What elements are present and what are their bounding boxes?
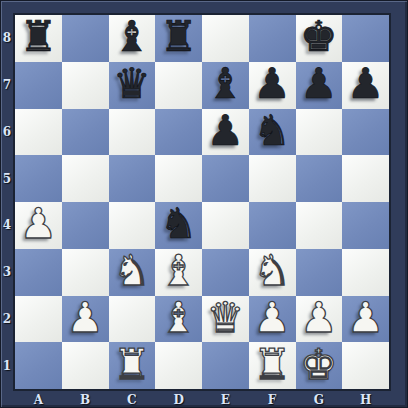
square-b1[interactable] — [62, 342, 109, 389]
file-label-a: A — [15, 392, 62, 407]
square-h6[interactable] — [342, 109, 389, 156]
piece-black-pawn[interactable]: ♟ — [347, 63, 385, 105]
square-g7[interactable]: ♟ — [296, 62, 343, 109]
rank-labels: 87654321 — [1, 15, 13, 389]
piece-black-pawn[interactable]: ♟ — [253, 63, 291, 105]
piece-white-queen[interactable]: ♛ — [207, 297, 245, 339]
file-label-c: C — [109, 392, 156, 407]
piece-black-pawn[interactable]: ♟ — [207, 110, 245, 152]
file-label-h: H — [342, 392, 389, 407]
square-f3[interactable]: ♞ — [249, 249, 296, 296]
piece-white-bishop[interactable]: ♝ — [160, 250, 198, 292]
square-a6[interactable] — [15, 109, 62, 156]
piece-white-knight[interactable]: ♞ — [253, 250, 291, 292]
piece-black-knight[interactable]: ♞ — [253, 110, 291, 152]
square-g4[interactable] — [296, 202, 343, 249]
square-f6[interactable]: ♞ — [249, 109, 296, 156]
square-f8[interactable] — [249, 15, 296, 62]
square-h5[interactable] — [342, 155, 389, 202]
file-label-g: G — [296, 392, 343, 407]
square-g5[interactable] — [296, 155, 343, 202]
square-h4[interactable] — [342, 202, 389, 249]
square-f5[interactable] — [249, 155, 296, 202]
chess-board: ♜♝♜♚♛♝♟♟♟♟♞♟♞♞♝♞♟♝♛♟♟♟♜♜♚ — [15, 15, 389, 389]
square-h3[interactable] — [342, 249, 389, 296]
file-label-e: E — [202, 392, 249, 407]
rank-label-3: 3 — [1, 249, 13, 296]
square-b7[interactable] — [62, 62, 109, 109]
square-c5[interactable] — [109, 155, 156, 202]
square-h7[interactable]: ♟ — [342, 62, 389, 109]
piece-black-knight[interactable]: ♞ — [160, 203, 198, 245]
piece-black-bishop[interactable]: ♝ — [113, 16, 151, 58]
square-b5[interactable] — [62, 155, 109, 202]
piece-black-bishop[interactable]: ♝ — [207, 63, 245, 105]
piece-white-rook[interactable]: ♜ — [253, 344, 291, 386]
rank-label-5: 5 — [1, 155, 13, 202]
square-a1[interactable] — [15, 342, 62, 389]
square-a8[interactable]: ♜ — [15, 15, 62, 62]
square-h1[interactable] — [342, 342, 389, 389]
piece-white-pawn[interactable]: ♟ — [300, 297, 338, 339]
square-e4[interactable] — [202, 202, 249, 249]
piece-white-king[interactable]: ♚ — [300, 344, 338, 386]
square-f4[interactable] — [249, 202, 296, 249]
chess-board-frame: 87654321 ♜♝♜♚♛♝♟♟♟♟♞♟♞♞♝♞♟♝♛♟♟♟♜♜♚ ABCDE… — [0, 0, 408, 408]
square-a7[interactable] — [15, 62, 62, 109]
square-h2[interactable]: ♟ — [342, 296, 389, 343]
square-d8[interactable]: ♜ — [155, 15, 202, 62]
square-g6[interactable] — [296, 109, 343, 156]
square-d3[interactable]: ♝ — [155, 249, 202, 296]
square-b3[interactable] — [62, 249, 109, 296]
rank-label-8: 8 — [1, 15, 13, 62]
square-g3[interactable] — [296, 249, 343, 296]
square-f2[interactable]: ♟ — [249, 296, 296, 343]
piece-black-king[interactable]: ♚ — [300, 16, 338, 58]
square-h8[interactable] — [342, 15, 389, 62]
square-e5[interactable] — [202, 155, 249, 202]
square-c2[interactable] — [109, 296, 156, 343]
square-d4[interactable]: ♞ — [155, 202, 202, 249]
square-c4[interactable] — [109, 202, 156, 249]
square-e2[interactable]: ♛ — [202, 296, 249, 343]
square-d6[interactable] — [155, 109, 202, 156]
piece-black-queen[interactable]: ♛ — [113, 63, 151, 105]
file-label-f: F — [249, 392, 296, 407]
rank-label-6: 6 — [1, 109, 13, 156]
square-a4[interactable]: ♟ — [15, 202, 62, 249]
rank-label-7: 7 — [1, 62, 13, 109]
file-label-b: B — [62, 392, 109, 407]
file-labels: ABCDEFGH — [15, 392, 389, 407]
piece-black-rook[interactable]: ♜ — [20, 16, 58, 58]
square-e6[interactable]: ♟ — [202, 109, 249, 156]
square-b2[interactable]: ♟ — [62, 296, 109, 343]
rank-label-2: 2 — [1, 296, 13, 343]
square-b8[interactable] — [62, 15, 109, 62]
piece-white-pawn[interactable]: ♟ — [20, 203, 58, 245]
piece-black-pawn[interactable]: ♟ — [300, 63, 338, 105]
square-c8[interactable]: ♝ — [109, 15, 156, 62]
square-b6[interactable] — [62, 109, 109, 156]
file-label-d: D — [155, 392, 202, 407]
square-a2[interactable] — [15, 296, 62, 343]
square-d1[interactable] — [155, 342, 202, 389]
square-g2[interactable]: ♟ — [296, 296, 343, 343]
square-e8[interactable] — [202, 15, 249, 62]
square-c1[interactable]: ♜ — [109, 342, 156, 389]
square-f1[interactable]: ♜ — [249, 342, 296, 389]
square-a3[interactable] — [15, 249, 62, 296]
piece-white-pawn[interactable]: ♟ — [66, 297, 104, 339]
piece-white-knight[interactable]: ♞ — [113, 250, 151, 292]
square-d2[interactable]: ♝ — [155, 296, 202, 343]
square-g1[interactable]: ♚ — [296, 342, 343, 389]
piece-black-rook[interactable]: ♜ — [160, 16, 198, 58]
square-e7[interactable]: ♝ — [202, 62, 249, 109]
square-e1[interactable] — [202, 342, 249, 389]
square-d5[interactable] — [155, 155, 202, 202]
square-e3[interactable] — [202, 249, 249, 296]
piece-white-pawn[interactable]: ♟ — [347, 297, 385, 339]
piece-white-pawn[interactable]: ♟ — [253, 297, 291, 339]
square-f7[interactable]: ♟ — [249, 62, 296, 109]
square-c6[interactable] — [109, 109, 156, 156]
rank-label-1: 1 — [1, 342, 13, 389]
rank-label-4: 4 — [1, 202, 13, 249]
square-d7[interactable] — [155, 62, 202, 109]
piece-white-rook[interactable]: ♜ — [113, 344, 151, 386]
square-c3[interactable]: ♞ — [109, 249, 156, 296]
square-b4[interactable] — [62, 202, 109, 249]
square-a5[interactable] — [15, 155, 62, 202]
square-g8[interactable]: ♚ — [296, 15, 343, 62]
piece-white-bishop[interactable]: ♝ — [160, 297, 198, 339]
square-c7[interactable]: ♛ — [109, 62, 156, 109]
board-edge: ♜♝♜♚♛♝♟♟♟♟♞♟♞♞♝♞♟♝♛♟♟♟♜♜♚ — [13, 13, 391, 391]
